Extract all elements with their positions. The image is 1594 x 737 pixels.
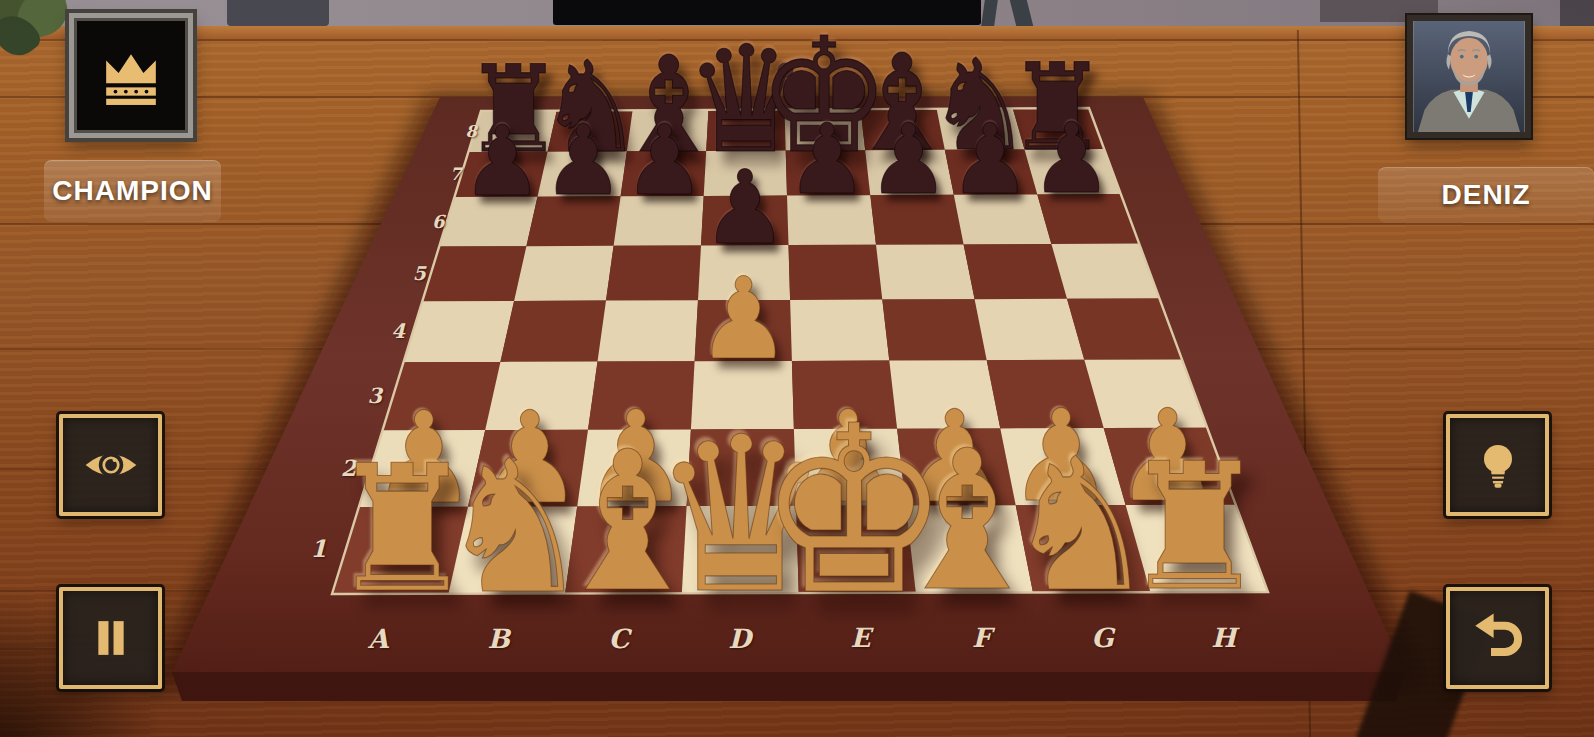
portrait-photo: [1413, 21, 1525, 132]
lightbulb-icon: [1470, 437, 1526, 493]
square-e4[interactable]: [790, 300, 889, 361]
square-f5[interactable]: [876, 244, 975, 299]
square-e5[interactable]: [789, 245, 883, 300]
right-player-name: DENIZ: [1442, 179, 1531, 211]
piece-black-pawn-e7[interactable]: ♟: [786, 112, 867, 209]
undo-arrow-icon: [1470, 610, 1526, 666]
left-player-name: CHAMPION: [52, 175, 212, 207]
pause-button[interactable]: [59, 587, 162, 689]
square-f4[interactable]: [882, 299, 986, 360]
piece-black-pawn-c7[interactable]: ♟: [624, 112, 705, 209]
piece-white-pawn-d4[interactable]: ♟: [696, 263, 791, 376]
square-g5[interactable]: [964, 244, 1067, 299]
eye-icon: [82, 436, 140, 494]
square-b4[interactable]: [500, 301, 606, 362]
piece-black-pawn-b7[interactable]: ♟: [543, 113, 624, 210]
square-g4[interactable]: [975, 299, 1085, 360]
piece-black-pawn-f7[interactable]: ♟: [868, 111, 949, 208]
undo-button[interactable]: [1446, 587, 1549, 689]
deniz-name-band: DENIZ: [1378, 167, 1594, 223]
champion-name-band: CHAMPION: [44, 160, 221, 222]
piece-black-pawn-d6[interactable]: ♟: [702, 157, 787, 259]
piece-white-rook-h1[interactable]: ♜: [1121, 440, 1267, 615]
square-b5[interactable]: [514, 246, 614, 301]
game-scene: 87654321ABCDEFGH♜♞♝♛♚♝♞♜♟♟♟♟♟♟♟♟♟♟♟♟♟♟♟♟…: [0, 0, 1594, 737]
deniz-avatar: [1407, 15, 1531, 138]
champion-avatar: [69, 13, 193, 138]
piece-black-pawn-g7[interactable]: ♟: [949, 111, 1030, 208]
pause-icon: [84, 611, 138, 665]
hint-button[interactable]: [1446, 414, 1549, 516]
piece-black-pawn-h7[interactable]: ♟: [1031, 111, 1112, 208]
crown-icon: [97, 46, 165, 106]
square-c4[interactable]: [598, 300, 699, 361]
square-c5[interactable]: [606, 246, 701, 301]
board-bevel: [172, 672, 1405, 701]
piece-black-pawn-a7[interactable]: ♟: [461, 113, 542, 210]
eye-button[interactable]: [59, 414, 162, 516]
